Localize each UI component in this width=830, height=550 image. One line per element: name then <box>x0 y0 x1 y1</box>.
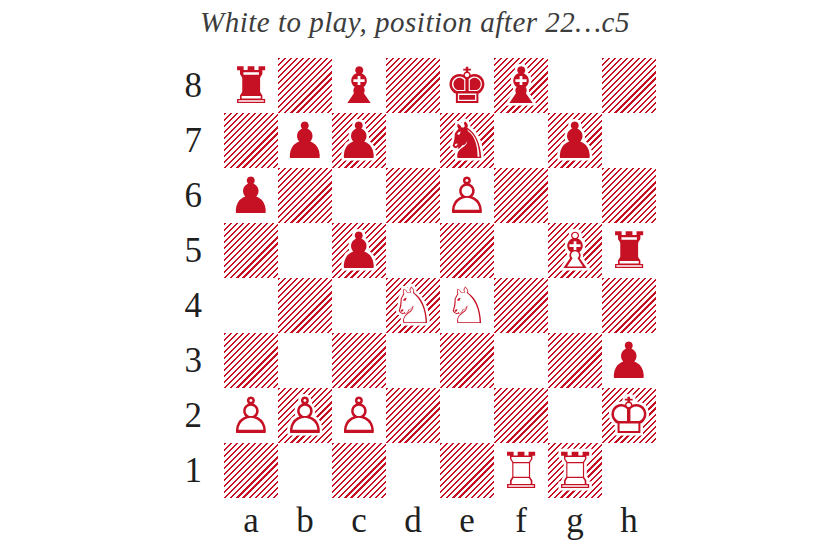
piece-black-rook-a8: ♜ <box>224 58 278 113</box>
rank-label-8: 8 <box>158 58 202 113</box>
square-h8[interactable] <box>602 58 656 113</box>
square-f2[interactable] <box>494 388 548 443</box>
square-g1[interactable]: ♜♖ <box>548 443 602 498</box>
rank-label-5: 5 <box>158 223 202 278</box>
square-c1[interactable] <box>332 443 386 498</box>
square-e2[interactable] <box>440 388 494 443</box>
square-e8[interactable]: ♚♚ <box>440 58 494 113</box>
rank-label-6: 6 <box>158 168 202 223</box>
square-g2[interactable] <box>548 388 602 443</box>
square-f8[interactable]: ♝♝ <box>494 58 548 113</box>
square-g4[interactable] <box>548 278 602 333</box>
square-e4[interactable]: ♞♘ <box>440 278 494 333</box>
square-h1[interactable] <box>602 443 656 498</box>
square-c3[interactable] <box>332 333 386 388</box>
square-b8[interactable] <box>278 58 332 113</box>
square-d5[interactable] <box>386 223 440 278</box>
square-g5[interactable]: ♝♗ <box>548 223 602 278</box>
piece-white-bishop-g5: ♗ <box>548 223 602 278</box>
file-label-h: h <box>602 498 656 544</box>
square-g6[interactable] <box>548 168 602 223</box>
chess-diagram-page: White to play, position after 22…c5 8765… <box>0 0 830 550</box>
square-e7[interactable]: ♞♞ <box>440 113 494 168</box>
square-f7[interactable] <box>494 113 548 168</box>
piece-black-knight-e7: ♞ <box>440 113 494 168</box>
file-label-e: e <box>440 498 494 544</box>
square-b6[interactable] <box>278 168 332 223</box>
square-f3[interactable] <box>494 333 548 388</box>
rank-label-4: 4 <box>158 278 202 333</box>
square-d1[interactable] <box>386 443 440 498</box>
chess-board: ♜♜♝♝♚♚♝♝♟♟♟♟♞♞♟♟♟♟♟♙♟♟♝♗♜♜♞♘♞♘♟♟♟♙♟♙♟♙♚♔… <box>224 58 656 498</box>
square-c5[interactable]: ♟♟ <box>332 223 386 278</box>
square-g7[interactable]: ♟♟ <box>548 113 602 168</box>
piece-black-pawn-c7: ♟ <box>332 113 386 168</box>
square-b5[interactable] <box>278 223 332 278</box>
rank-label-2: 2 <box>158 388 202 443</box>
file-label-d: d <box>386 498 440 544</box>
file-label-c: c <box>332 498 386 544</box>
square-f5[interactable] <box>494 223 548 278</box>
rank-labels: 87654321 <box>158 58 202 498</box>
square-e1[interactable] <box>440 443 494 498</box>
piece-black-pawn-h3: ♟ <box>602 333 656 388</box>
square-a1[interactable] <box>224 443 278 498</box>
square-b2[interactable]: ♟♙ <box>278 388 332 443</box>
square-a3[interactable] <box>224 333 278 388</box>
square-e6[interactable]: ♟♙ <box>440 168 494 223</box>
square-c4[interactable] <box>332 278 386 333</box>
file-labels: abcdefgh <box>224 498 656 544</box>
square-f1[interactable]: ♜♖ <box>494 443 548 498</box>
piece-white-king-h2: ♔ <box>602 388 656 443</box>
piece-white-pawn-c2: ♙ <box>332 388 386 443</box>
square-h6[interactable] <box>602 168 656 223</box>
diagram-caption: White to play, position after 22…c5 <box>0 6 830 39</box>
square-c6[interactable] <box>332 168 386 223</box>
piece-white-pawn-e6: ♙ <box>440 168 494 223</box>
piece-white-knight-d4: ♘ <box>386 278 440 333</box>
rank-label-1: 1 <box>158 443 202 498</box>
square-g8[interactable] <box>548 58 602 113</box>
square-d8[interactable] <box>386 58 440 113</box>
square-h2[interactable]: ♚♔ <box>602 388 656 443</box>
piece-white-rook-f1: ♖ <box>494 443 548 498</box>
square-b4[interactable] <box>278 278 332 333</box>
square-a4[interactable] <box>224 278 278 333</box>
square-a5[interactable] <box>224 223 278 278</box>
square-e5[interactable] <box>440 223 494 278</box>
square-h5[interactable]: ♜♜ <box>602 223 656 278</box>
square-a8[interactable]: ♜♜ <box>224 58 278 113</box>
file-label-f: f <box>494 498 548 544</box>
square-b7[interactable]: ♟♟ <box>278 113 332 168</box>
piece-black-pawn-a6: ♟ <box>224 168 278 223</box>
square-a6[interactable]: ♟♟ <box>224 168 278 223</box>
square-f6[interactable] <box>494 168 548 223</box>
square-b3[interactable] <box>278 333 332 388</box>
file-label-a: a <box>224 498 278 544</box>
square-e3[interactable] <box>440 333 494 388</box>
piece-white-knight-e4: ♘ <box>440 278 494 333</box>
file-label-g: g <box>548 498 602 544</box>
square-c2[interactable]: ♟♙ <box>332 388 386 443</box>
piece-black-pawn-c5: ♟ <box>332 223 386 278</box>
piece-black-pawn-b7: ♟ <box>278 113 332 168</box>
square-b1[interactable] <box>278 443 332 498</box>
square-a7[interactable] <box>224 113 278 168</box>
square-d3[interactable] <box>386 333 440 388</box>
rank-label-3: 3 <box>158 333 202 388</box>
square-d7[interactable] <box>386 113 440 168</box>
square-h7[interactable] <box>602 113 656 168</box>
piece-black-pawn-g7: ♟ <box>548 113 602 168</box>
piece-white-pawn-a2: ♙ <box>224 388 278 443</box>
piece-black-bishop-f8: ♝ <box>494 58 548 113</box>
square-a2[interactable]: ♟♙ <box>224 388 278 443</box>
piece-black-king-e8: ♚ <box>440 58 494 113</box>
piece-white-rook-g1: ♖ <box>548 443 602 498</box>
square-c7[interactable]: ♟♟ <box>332 113 386 168</box>
square-c8[interactable]: ♝♝ <box>332 58 386 113</box>
piece-black-bishop-c8: ♝ <box>332 58 386 113</box>
piece-black-rook-h5: ♜ <box>602 223 656 278</box>
file-label-b: b <box>278 498 332 544</box>
square-d2[interactable] <box>386 388 440 443</box>
rank-label-7: 7 <box>158 113 202 168</box>
square-h3[interactable]: ♟♟ <box>602 333 656 388</box>
square-h4[interactable] <box>602 278 656 333</box>
square-d6[interactable] <box>386 168 440 223</box>
square-g3[interactable] <box>548 333 602 388</box>
square-d4[interactable]: ♞♘ <box>386 278 440 333</box>
square-f4[interactable] <box>494 278 548 333</box>
piece-white-pawn-b2: ♙ <box>278 388 332 443</box>
